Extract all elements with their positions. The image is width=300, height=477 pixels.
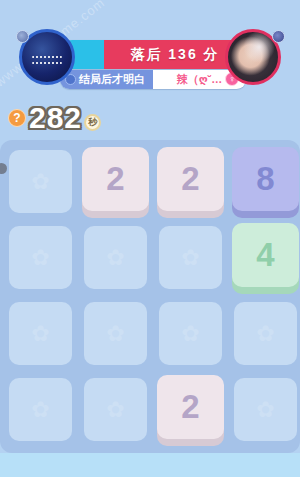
board-cell: ✿ [234,378,297,441]
score-bar: 落后 136 分 [58,40,246,69]
left-player-name: 结局后才明白 [79,72,145,87]
cell-watermark-icon: ✿ [31,321,49,347]
tile-4: 4 [232,223,299,287]
board-cell: ✿ [84,226,147,289]
board-cell: 4 [234,226,297,289]
right-player-name: 辣（ღ˘… [177,72,223,87]
board-cell: ✿ [9,226,72,289]
board-cell: ✿ [84,378,147,441]
cell-watermark-icon: ✿ [106,397,124,423]
right-rank-badge-icon [272,30,285,43]
cell-watermark-icon: ✿ [106,245,124,271]
timer-value: 282 [29,101,82,135]
cell-watermark-icon: ✿ [256,397,274,423]
left-rank-badge-icon [16,30,29,43]
board-cell: ✿ [9,378,72,441]
board-cell: ✿ [9,302,72,365]
avatar-text-line [32,56,62,58]
board-cell: ✿ [159,302,222,365]
app-screen: www.hackhome.com www.hackhome.com www.ha… [0,0,300,477]
board-cell: 2 [84,150,147,213]
cell-watermark-icon: ✿ [31,169,49,195]
board-cell: ✿ [159,226,222,289]
board-cell: ✿ [84,302,147,365]
board-cell: ✿ [234,302,297,365]
tile-8: 8 [232,147,299,211]
board-cell: 2 [159,150,222,213]
cell-watermark-icon: ✿ [31,397,49,423]
cell-watermark-icon: ✿ [106,321,124,347]
timer-row: ? 282 秒 [8,100,101,136]
game-board[interactable]: ✿228✿✿✿4✿✿✿✿✿✿2✿ [0,140,300,453]
cell-watermark-icon: ✿ [31,245,49,271]
board-cell: ✿ [9,150,72,213]
tile-2: 2 [82,147,149,211]
help-question-icon[interactable]: ? [8,109,26,127]
cell-watermark-icon: ✿ [256,321,274,347]
bottom-strip [0,453,300,477]
timer-unit-badge: 秒 [84,114,101,131]
player-name-strip: 结局后才明白 辣（ღ˘… ♀ [60,70,246,89]
left-player-name-area: 结局后才明白 [60,70,153,89]
avatar-text-line [32,62,62,64]
board-cell: 8 [234,150,297,213]
tile-2: 2 [157,147,224,211]
board-cell: 2 [159,378,222,441]
cell-watermark-icon: ✿ [181,245,199,271]
tile-2: 2 [157,375,224,439]
cell-watermark-icon: ✿ [181,321,199,347]
